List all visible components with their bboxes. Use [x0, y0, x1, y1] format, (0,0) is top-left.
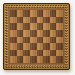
square-r1c3[interactable]: [23, 10, 30, 17]
square-r6c4[interactable]: [30, 43, 37, 50]
mosaic-inlay-border: [5, 5, 68, 68]
square-r4c6[interactable]: [43, 30, 50, 37]
square-r7c2[interactable]: [17, 50, 24, 57]
square-r3c7[interactable]: [50, 23, 57, 30]
square-r3c8[interactable]: [56, 23, 63, 30]
square-r4c5[interactable]: [37, 30, 44, 37]
square-r2c8[interactable]: [56, 17, 63, 24]
square-r3c1[interactable]: [10, 23, 17, 30]
square-r2c2[interactable]: [17, 17, 24, 24]
square-r8c6[interactable]: [43, 56, 50, 63]
square-r5c5[interactable]: [37, 37, 44, 44]
square-r4c2[interactable]: [17, 30, 24, 37]
board-field: [10, 10, 63, 63]
square-r4c1[interactable]: [10, 30, 17, 37]
square-r7c6[interactable]: [43, 50, 50, 57]
square-r5c1[interactable]: [10, 37, 17, 44]
square-r6c7[interactable]: [50, 43, 57, 50]
square-r3c4[interactable]: [30, 23, 37, 30]
square-r8c8[interactable]: [56, 56, 63, 63]
square-r4c3[interactable]: [23, 30, 30, 37]
square-r1c8[interactable]: [56, 10, 63, 17]
square-r5c3[interactable]: [23, 37, 30, 44]
photo-background: { "game": "chess", "scene": "overhead ph…: [0, 0, 75, 75]
square-r3c5[interactable]: [37, 23, 44, 30]
square-r5c4[interactable]: [30, 37, 37, 44]
square-r4c7[interactable]: [50, 30, 57, 37]
square-r8c7[interactable]: [50, 56, 57, 63]
square-r7c1[interactable]: [10, 50, 17, 57]
square-r1c2[interactable]: [17, 10, 24, 17]
square-r6c2[interactable]: [17, 43, 24, 50]
square-r8c1[interactable]: [10, 56, 17, 63]
square-r2c5[interactable]: [37, 17, 44, 24]
square-r3c3[interactable]: [23, 23, 30, 30]
square-r3c2[interactable]: [17, 23, 24, 30]
square-r3c6[interactable]: [43, 23, 50, 30]
square-r1c4[interactable]: [30, 10, 37, 17]
square-r7c4[interactable]: [30, 50, 37, 57]
square-r1c7[interactable]: [50, 10, 57, 17]
square-r6c8[interactable]: [56, 43, 63, 50]
square-r7c3[interactable]: [23, 50, 30, 57]
chessboard: [3, 3, 70, 70]
inner-margin-strip: [8, 8, 66, 66]
square-r1c5[interactable]: [37, 10, 44, 17]
square-r2c4[interactable]: [30, 17, 37, 24]
square-r4c4[interactable]: [30, 30, 37, 37]
square-r5c7[interactable]: [50, 37, 57, 44]
square-r8c5[interactable]: [37, 56, 44, 63]
square-r7c5[interactable]: [37, 50, 44, 57]
square-r8c2[interactable]: [17, 56, 24, 63]
square-r7c7[interactable]: [50, 50, 57, 57]
square-r5c2[interactable]: [17, 37, 24, 44]
square-r2c6[interactable]: [43, 17, 50, 24]
square-r8c3[interactable]: [23, 56, 30, 63]
square-r1c1[interactable]: [10, 10, 17, 17]
square-r5c8[interactable]: [56, 37, 63, 44]
square-r4c8[interactable]: [56, 30, 63, 37]
square-r2c3[interactable]: [23, 17, 30, 24]
square-r6c5[interactable]: [37, 43, 44, 50]
square-r2c1[interactable]: [10, 17, 17, 24]
square-r5c6[interactable]: [43, 37, 50, 44]
square-r6c3[interactable]: [23, 43, 30, 50]
square-r7c8[interactable]: [56, 50, 63, 57]
square-r6c6[interactable]: [43, 43, 50, 50]
square-r1c6[interactable]: [43, 10, 50, 17]
square-r8c4[interactable]: [30, 56, 37, 63]
square-r2c7[interactable]: [50, 17, 57, 24]
square-r6c1[interactable]: [10, 43, 17, 50]
